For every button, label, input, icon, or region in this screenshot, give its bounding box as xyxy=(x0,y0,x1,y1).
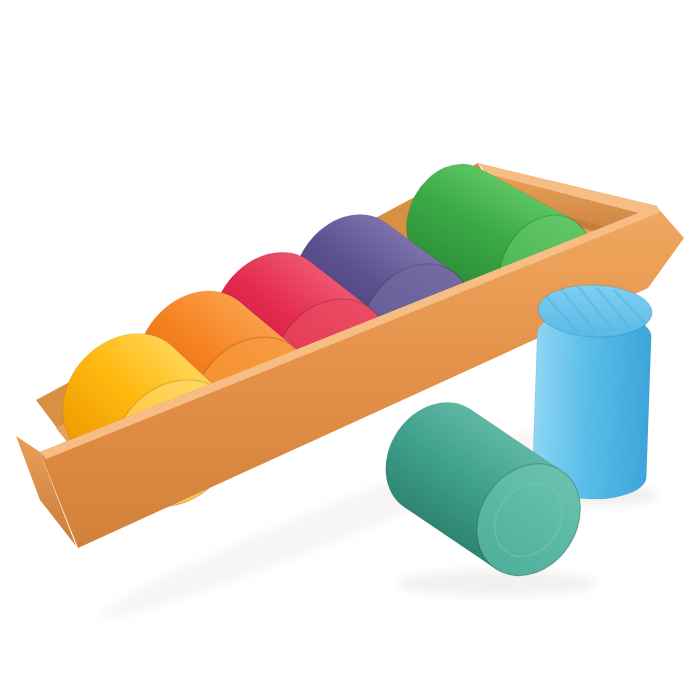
teal-roller-shadow xyxy=(397,570,597,596)
product-photo xyxy=(0,0,700,700)
toy-scene-svg xyxy=(0,0,700,700)
